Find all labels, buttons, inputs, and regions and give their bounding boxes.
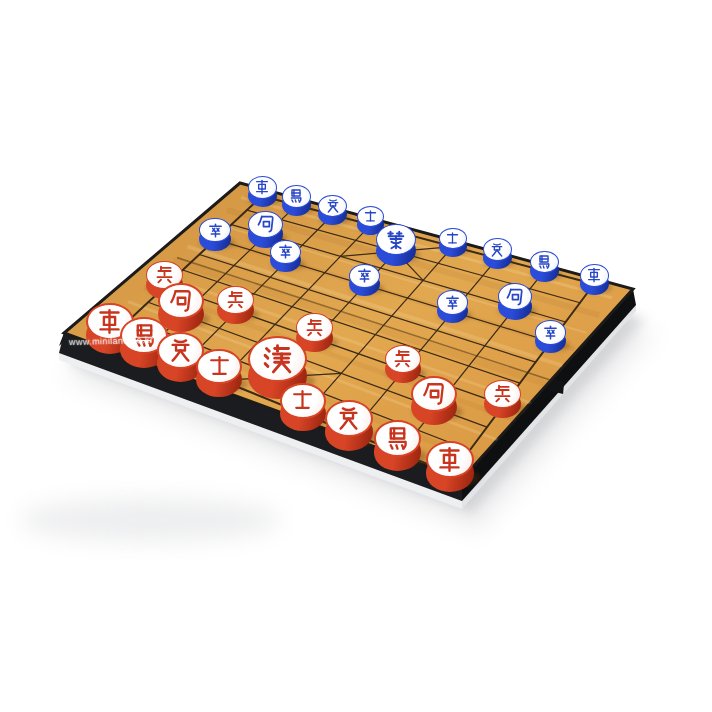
piece-blue-soldier[interactable]: [199, 218, 230, 252]
piece-blue-elephant[interactable]: [318, 195, 347, 226]
piece-blue-chariot[interactable]: [248, 176, 277, 207]
piece-blue-soldier[interactable]: [437, 290, 468, 324]
glyph-soldier-icon: [225, 289, 246, 310]
glyph-soldier-icon: [444, 294, 461, 311]
glyph-king-icon: [261, 343, 294, 376]
piece-red-soldier[interactable]: [484, 380, 521, 420]
piece-red-elephant[interactable]: [325, 400, 373, 452]
glyph-elephant-icon: [167, 337, 194, 364]
glyph-elephant-icon: [489, 242, 505, 258]
glyph-soldier-icon: [277, 243, 294, 260]
glyph-cannon-icon: [421, 381, 447, 407]
piece-blue-soldier[interactable]: [349, 264, 380, 298]
glyph-soldier-icon: [492, 383, 513, 404]
glyph-cannon-icon: [168, 288, 194, 314]
glyph-chariot-icon: [254, 179, 270, 195]
glyph-soldier-icon: [207, 222, 224, 239]
board-svg: [0, 0, 712, 712]
glyph-cannon-icon: [505, 287, 525, 307]
glyph-soldier-icon: [392, 348, 413, 369]
piece-red-cannon[interactable]: [411, 376, 457, 426]
glyph-guard-icon: [445, 231, 460, 246]
glyph-cannon-icon: [256, 214, 276, 234]
glyph-guard-icon: [207, 354, 232, 379]
piece-blue-horse[interactable]: [530, 251, 559, 282]
piece-blue-horse[interactable]: [282, 185, 311, 216]
piece-red-horse[interactable]: [374, 420, 422, 472]
piece-blue-soldier[interactable]: [535, 320, 566, 354]
piece-blue-king[interactable]: [376, 224, 416, 267]
glyph-horse-icon: [536, 254, 552, 270]
glyph-soldier-icon: [356, 267, 373, 284]
glyph-chariot-icon: [586, 267, 602, 283]
piece-blue-guard[interactable]: [439, 228, 467, 258]
glyph-chariot-icon: [436, 446, 463, 473]
glyph-horse-icon: [384, 425, 411, 452]
glyph-chariot-icon: [96, 308, 123, 335]
piece-blue-chariot[interactable]: [580, 264, 609, 295]
piece-blue-elephant[interactable]: [483, 238, 512, 269]
piece-red-guard[interactable]: [196, 349, 242, 398]
glyph-elephant-icon: [325, 198, 341, 214]
glyph-guard-icon: [363, 209, 378, 224]
piece-red-soldier[interactable]: [217, 286, 254, 326]
piece-red-chariot[interactable]: [426, 441, 474, 493]
janggi-board: [0, 0, 712, 712]
glyph-soldier-icon: [304, 317, 325, 338]
glyph-guard-icon: [290, 388, 315, 413]
glyph-horse-icon: [288, 188, 304, 204]
glyph-soldier-icon: [154, 264, 175, 285]
glyph-soldier-icon: [542, 324, 559, 341]
piece-blue-soldier[interactable]: [270, 240, 301, 274]
glyph-elephant-icon: [335, 405, 362, 432]
glyph-king-icon: [385, 229, 407, 251]
piece-blue-cannon[interactable]: [498, 283, 533, 321]
product-photo-stage: www.miniland.co.kr: [0, 0, 712, 712]
piece-red-guard[interactable]: [280, 383, 326, 432]
